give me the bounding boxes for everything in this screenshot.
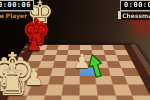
square-d3[interactable] <box>64 75 80 84</box>
rank-label-3: 3 <box>2 78 8 81</box>
square-a1[interactable] <box>3 95 27 100</box>
square-h2[interactable] <box>128 84 150 95</box>
rank-label-4: 4 <box>8 70 14 73</box>
square-d1[interactable] <box>60 95 79 100</box>
square-c2[interactable] <box>45 84 64 95</box>
white-clock: 0:00:06 <box>0 0 34 11</box>
rank-label-2: 2 <box>0 87 2 91</box>
square-c5[interactable] <box>52 61 67 68</box>
white-player-label: White Player <box>0 11 30 20</box>
chessmaster-3d-view: ♚ ♚ 87654321 ♜♞♝♛♚♝♞♜♟♟♟♟♟♟♟♟♟♟♟♟♟♟♟♟♜♞♝… <box>0 0 150 100</box>
square-c1[interactable] <box>41 95 62 100</box>
square-e1[interactable] <box>80 95 99 100</box>
chess-board: 87654321 <box>0 44 150 100</box>
clock-frame-cap <box>118 11 121 19</box>
square-h1[interactable] <box>132 95 150 100</box>
rank-label-5: 5 <box>12 63 17 65</box>
square-c4[interactable] <box>50 68 66 76</box>
square-d2[interactable] <box>62 84 80 95</box>
square-c3[interactable] <box>47 75 64 84</box>
square-e2[interactable] <box>80 84 98 95</box>
square-d4[interactable] <box>65 68 80 76</box>
chessmaster-clock: 0:00:06 <box>120 0 150 11</box>
rank-label-8: 8 <box>24 46 28 48</box>
rank-label-6: 6 <box>17 57 22 59</box>
rank-label-7: 7 <box>21 51 25 53</box>
chessmaster-label: Chessmaster <box>121 11 150 20</box>
board-grid <box>3 45 150 100</box>
square-h4[interactable] <box>122 68 140 76</box>
square-h3[interactable] <box>125 75 145 84</box>
square-d5[interactable] <box>66 61 80 68</box>
square-h5[interactable] <box>119 61 136 68</box>
